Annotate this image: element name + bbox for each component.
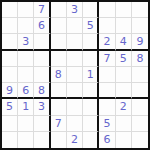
cell-r2c4[interactable]: [51, 18, 67, 34]
cell-r1c7[interactable]: [99, 2, 115, 18]
given-digit: 8: [38, 85, 45, 96]
cell-r4c1[interactable]: [2, 51, 18, 67]
given-digit: 5: [6, 101, 13, 112]
cell-r1c9[interactable]: [132, 2, 148, 18]
cell-r5c7[interactable]: [99, 67, 115, 83]
cell-r6c7[interactable]: [99, 83, 115, 99]
cell-r3c7[interactable]: 2: [99, 34, 115, 50]
cell-r8c8[interactable]: [116, 116, 132, 132]
cell-r7c4[interactable]: [51, 99, 67, 115]
given-digit: 5: [87, 20, 94, 31]
cell-r1c5[interactable]: 3: [67, 2, 83, 18]
cell-r2c1[interactable]: [2, 18, 18, 34]
given-digit: 1: [22, 101, 29, 112]
cell-r7c7[interactable]: [99, 99, 115, 115]
cell-r7c8[interactable]: 2: [116, 99, 132, 115]
cell-r8c9[interactable]: [132, 116, 148, 132]
cell-r7c2[interactable]: 1: [18, 99, 34, 115]
cell-r2c5[interactable]: [67, 18, 83, 34]
cell-r3c1[interactable]: [2, 34, 18, 50]
given-digit: 8: [136, 53, 143, 64]
given-digit: 3: [22, 36, 29, 47]
cell-r4c4[interactable]: [51, 51, 67, 67]
cell-r5c2[interactable]: [18, 67, 34, 83]
cell-r8c1[interactable]: [2, 116, 18, 132]
cell-r7c1[interactable]: 5: [2, 99, 18, 115]
cell-r5c9[interactable]: [132, 67, 148, 83]
cell-r3c3[interactable]: [34, 34, 50, 50]
given-digit: 7: [38, 4, 45, 15]
cell-r6c9[interactable]: [132, 83, 148, 99]
cell-r5c1[interactable]: [2, 67, 18, 83]
sudoku-board: 736532497588196851327526: [0, 0, 150, 150]
given-digit: 9: [6, 85, 13, 96]
cell-r9c8[interactable]: [116, 132, 132, 148]
cell-r1c4[interactable]: [51, 2, 67, 18]
cell-r7c5[interactable]: [67, 99, 83, 115]
given-digit: 4: [120, 36, 127, 47]
cell-r2c3[interactable]: 6: [34, 18, 50, 34]
cell-r2c7[interactable]: [99, 18, 115, 34]
cell-r9c1[interactable]: [2, 132, 18, 148]
cell-r2c6[interactable]: 5: [83, 18, 99, 34]
given-digit: 5: [103, 118, 110, 129]
cell-r3c5[interactable]: [67, 34, 83, 50]
cell-r6c5[interactable]: [67, 83, 83, 99]
cell-r3c8[interactable]: 4: [116, 34, 132, 50]
cell-r8c4[interactable]: 7: [51, 116, 67, 132]
cell-r5c5[interactable]: [67, 67, 83, 83]
cell-r9c9[interactable]: [132, 132, 148, 148]
cell-r8c6[interactable]: [83, 116, 99, 132]
cell-r2c9[interactable]: [132, 18, 148, 34]
cell-r9c3[interactable]: [34, 132, 50, 148]
cell-r7c9[interactable]: [132, 99, 148, 115]
given-digit: 2: [103, 36, 110, 47]
cell-r4c5[interactable]: [67, 51, 83, 67]
cell-r5c4[interactable]: 8: [51, 67, 67, 83]
cell-r8c3[interactable]: [34, 116, 50, 132]
cell-r6c4[interactable]: [51, 83, 67, 99]
cell-r1c8[interactable]: [116, 2, 132, 18]
cell-r9c5[interactable]: 2: [67, 132, 83, 148]
cell-r6c3[interactable]: 8: [34, 83, 50, 99]
given-digit: 6: [103, 134, 110, 145]
given-digit: 3: [38, 101, 45, 112]
cell-r4c9[interactable]: 8: [132, 51, 148, 67]
cell-r6c1[interactable]: 9: [2, 83, 18, 99]
cell-r4c2[interactable]: [18, 51, 34, 67]
cell-r6c8[interactable]: [116, 83, 132, 99]
cell-r1c3[interactable]: 7: [34, 2, 50, 18]
cell-r9c6[interactable]: [83, 132, 99, 148]
cell-r3c9[interactable]: 9: [132, 34, 148, 50]
given-digit: 8: [55, 69, 62, 80]
cell-r6c6[interactable]: [83, 83, 99, 99]
given-digit: 5: [120, 53, 127, 64]
cell-r3c6[interactable]: [83, 34, 99, 50]
cell-r4c7[interactable]: 7: [99, 51, 115, 67]
cell-r4c8[interactable]: 5: [116, 51, 132, 67]
cell-r6c2[interactable]: 6: [18, 83, 34, 99]
cell-r1c2[interactable]: [18, 2, 34, 18]
cell-r1c6[interactable]: [83, 2, 99, 18]
cell-r1c1[interactable]: [2, 2, 18, 18]
cell-r4c6[interactable]: [83, 51, 99, 67]
given-digit: 9: [136, 36, 143, 47]
cell-r4c3[interactable]: [34, 51, 50, 67]
cell-r9c2[interactable]: [18, 132, 34, 148]
given-digit: 6: [38, 20, 45, 31]
given-digit: 7: [55, 118, 62, 129]
given-digit: 2: [120, 101, 127, 112]
given-digit: 3: [71, 4, 78, 15]
cell-r7c3[interactable]: 3: [34, 99, 50, 115]
cell-r8c5[interactable]: [67, 116, 83, 132]
cell-r2c8[interactable]: [116, 18, 132, 34]
cell-r5c8[interactable]: [116, 67, 132, 83]
cell-r8c2[interactable]: [18, 116, 34, 132]
cell-r9c7[interactable]: 6: [99, 132, 115, 148]
cell-r8c7[interactable]: 5: [99, 116, 115, 132]
given-digit: 7: [103, 53, 110, 64]
cell-r9c4[interactable]: [51, 132, 67, 148]
cell-r5c6[interactable]: 1: [83, 67, 99, 83]
cell-r5c3[interactable]: [34, 67, 50, 83]
given-digit: 2: [71, 134, 78, 145]
cell-r2c2[interactable]: [18, 18, 34, 34]
cell-r7c6[interactable]: [83, 99, 99, 115]
given-digit: 1: [87, 69, 94, 80]
cell-r3c2[interactable]: 3: [18, 34, 34, 50]
given-digit: 6: [22, 85, 29, 96]
cell-r3c4[interactable]: [51, 34, 67, 50]
